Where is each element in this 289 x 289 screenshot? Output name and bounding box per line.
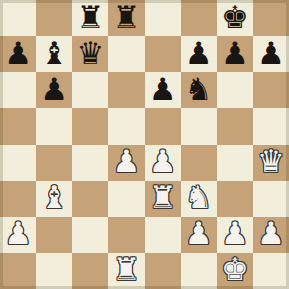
square-b6[interactable]: ♟ bbox=[36, 72, 72, 108]
square-c7[interactable]: ♛ bbox=[72, 36, 108, 72]
chess-board-container: ♜♜♚♟♝♛♟♟♟♟♟♞♟♟♛♝♜♞♟♟♟♟♜♚ bbox=[0, 0, 289, 289]
square-a7[interactable]: ♟ bbox=[0, 36, 36, 72]
square-c8[interactable]: ♜ bbox=[72, 0, 108, 36]
white-knight[interactable]: ♞ bbox=[185, 182, 213, 213]
white-pawn[interactable]: ♟ bbox=[113, 146, 141, 177]
square-h2[interactable]: ♟ bbox=[253, 217, 289, 253]
square-g3[interactable] bbox=[217, 181, 253, 217]
square-e4[interactable]: ♟ bbox=[145, 145, 181, 181]
square-a4[interactable] bbox=[0, 145, 36, 181]
black-queen[interactable]: ♛ bbox=[76, 38, 104, 69]
white-pawn[interactable]: ♟ bbox=[185, 218, 213, 249]
square-a3[interactable] bbox=[0, 181, 36, 217]
white-pawn[interactable]: ♟ bbox=[221, 218, 249, 249]
square-e5[interactable] bbox=[145, 108, 181, 144]
square-c1[interactable] bbox=[72, 253, 108, 289]
white-pawn[interactable]: ♟ bbox=[257, 218, 285, 249]
black-pawn[interactable]: ♟ bbox=[4, 38, 32, 69]
black-pawn[interactable]: ♟ bbox=[257, 38, 285, 69]
square-d4[interactable]: ♟ bbox=[108, 145, 144, 181]
square-b3[interactable]: ♝ bbox=[36, 181, 72, 217]
square-h3[interactable] bbox=[253, 181, 289, 217]
square-b2[interactable] bbox=[36, 217, 72, 253]
black-pawn[interactable]: ♟ bbox=[221, 38, 249, 69]
square-h8[interactable] bbox=[253, 0, 289, 36]
black-king[interactable]: ♚ bbox=[221, 2, 249, 33]
square-f6[interactable]: ♞ bbox=[181, 72, 217, 108]
square-e6[interactable]: ♟ bbox=[145, 72, 181, 108]
square-c5[interactable] bbox=[72, 108, 108, 144]
square-f3[interactable]: ♞ bbox=[181, 181, 217, 217]
square-a8[interactable] bbox=[0, 0, 36, 36]
square-c3[interactable] bbox=[72, 181, 108, 217]
black-pawn[interactable]: ♟ bbox=[185, 38, 213, 69]
square-d8[interactable]: ♜ bbox=[108, 0, 144, 36]
square-g2[interactable]: ♟ bbox=[217, 217, 253, 253]
square-e7[interactable] bbox=[145, 36, 181, 72]
square-d3[interactable] bbox=[108, 181, 144, 217]
square-c4[interactable] bbox=[72, 145, 108, 181]
white-rook[interactable]: ♜ bbox=[113, 254, 141, 285]
square-b5[interactable] bbox=[36, 108, 72, 144]
square-b7[interactable]: ♝ bbox=[36, 36, 72, 72]
white-rook[interactable]: ♜ bbox=[149, 182, 177, 213]
square-h6[interactable] bbox=[253, 72, 289, 108]
square-f2[interactable]: ♟ bbox=[181, 217, 217, 253]
square-e3[interactable]: ♜ bbox=[145, 181, 181, 217]
square-e1[interactable] bbox=[145, 253, 181, 289]
white-bishop[interactable]: ♝ bbox=[40, 182, 68, 213]
square-b4[interactable] bbox=[36, 145, 72, 181]
black-rook[interactable]: ♜ bbox=[113, 2, 141, 33]
square-d5[interactable] bbox=[108, 108, 144, 144]
square-g8[interactable]: ♚ bbox=[217, 0, 253, 36]
square-b1[interactable] bbox=[36, 253, 72, 289]
square-g1[interactable]: ♚ bbox=[217, 253, 253, 289]
square-a2[interactable]: ♟ bbox=[0, 217, 36, 253]
square-f4[interactable] bbox=[181, 145, 217, 181]
square-h7[interactable]: ♟ bbox=[253, 36, 289, 72]
square-h4[interactable]: ♛ bbox=[253, 145, 289, 181]
square-d2[interactable] bbox=[108, 217, 144, 253]
square-h5[interactable] bbox=[253, 108, 289, 144]
black-bishop[interactable]: ♝ bbox=[40, 38, 68, 69]
white-queen[interactable]: ♛ bbox=[257, 146, 285, 177]
square-g5[interactable] bbox=[217, 108, 253, 144]
square-a1[interactable] bbox=[0, 253, 36, 289]
square-f8[interactable] bbox=[181, 0, 217, 36]
black-pawn[interactable]: ♟ bbox=[149, 74, 177, 105]
square-a6[interactable] bbox=[0, 72, 36, 108]
square-g4[interactable] bbox=[217, 145, 253, 181]
square-f5[interactable] bbox=[181, 108, 217, 144]
square-f7[interactable]: ♟ bbox=[181, 36, 217, 72]
square-d6[interactable] bbox=[108, 72, 144, 108]
square-g7[interactable]: ♟ bbox=[217, 36, 253, 72]
square-e2[interactable] bbox=[145, 217, 181, 253]
square-d1[interactable]: ♜ bbox=[108, 253, 144, 289]
square-e8[interactable] bbox=[145, 0, 181, 36]
square-c6[interactable] bbox=[72, 72, 108, 108]
white-pawn[interactable]: ♟ bbox=[4, 218, 32, 249]
black-rook[interactable]: ♜ bbox=[76, 2, 104, 33]
square-h1[interactable] bbox=[253, 253, 289, 289]
square-c2[interactable] bbox=[72, 217, 108, 253]
white-king[interactable]: ♚ bbox=[221, 254, 249, 285]
white-pawn[interactable]: ♟ bbox=[149, 146, 177, 177]
square-f1[interactable] bbox=[181, 253, 217, 289]
black-knight[interactable]: ♞ bbox=[185, 74, 213, 105]
square-a5[interactable] bbox=[0, 108, 36, 144]
square-g6[interactable] bbox=[217, 72, 253, 108]
square-b8[interactable] bbox=[36, 0, 72, 36]
chess-board: ♜♜♚♟♝♛♟♟♟♟♟♞♟♟♛♝♜♞♟♟♟♟♜♚ bbox=[0, 0, 289, 289]
black-pawn[interactable]: ♟ bbox=[40, 74, 68, 105]
square-d7[interactable] bbox=[108, 36, 144, 72]
